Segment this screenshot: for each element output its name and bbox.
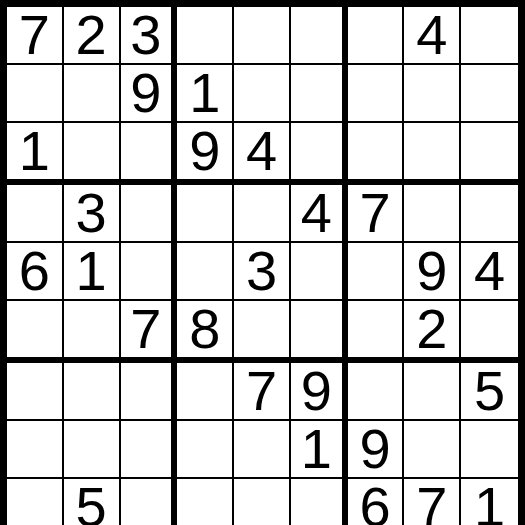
sudoku-cell[interactable] [177,479,234,525]
sudoku-cell[interactable] [7,479,64,525]
sudoku-cell[interactable] [64,301,121,363]
sudoku-cell[interactable]: 8 [177,301,234,363]
sudoku-cell[interactable] [234,421,291,479]
sudoku-cell[interactable]: 3 [234,243,291,301]
sudoku-cell[interactable] [64,65,121,123]
sudoku-cell[interactable] [234,185,291,243]
sudoku-cell[interactable] [461,421,518,479]
sudoku-cell[interactable]: 7 [348,185,405,243]
sudoku-cell[interactable] [291,301,348,363]
sudoku-cell[interactable] [7,65,64,123]
sudoku-cell[interactable]: 4 [291,185,348,243]
sudoku-cell[interactable]: 1 [64,243,121,301]
sudoku-cell[interactable] [404,363,461,421]
sudoku-cell[interactable] [348,65,405,123]
sudoku-cell[interactable]: 9 [177,123,234,185]
sudoku-cell[interactable] [461,123,518,185]
sudoku-cell[interactable]: 9 [121,65,178,123]
sudoku-cell[interactable] [461,7,518,65]
sudoku-cell[interactable] [64,363,121,421]
sudoku-cell[interactable]: 7 [7,7,64,65]
sudoku-cell[interactable] [7,301,64,363]
sudoku-cell[interactable] [404,421,461,479]
sudoku-cell[interactable] [461,65,518,123]
sudoku-cell[interactable] [291,479,348,525]
sudoku-cell[interactable]: 9 [348,421,405,479]
sudoku-cell[interactable]: 6 [7,243,64,301]
sudoku-board: 72349119434761394782795195671 [0,0,525,525]
sudoku-cell[interactable]: 4 [234,123,291,185]
sudoku-cell[interactable]: 7 [234,363,291,421]
sudoku-cell[interactable] [121,479,178,525]
sudoku-cell[interactable] [121,421,178,479]
sudoku-cell[interactable] [121,243,178,301]
sudoku-cell[interactable] [7,421,64,479]
sudoku-cell[interactable] [348,7,405,65]
sudoku-cell[interactable]: 4 [404,7,461,65]
sudoku-cell[interactable]: 6 [348,479,405,525]
sudoku-cell[interactable] [64,421,121,479]
sudoku-cell[interactable] [177,363,234,421]
sudoku-cell[interactable] [348,243,405,301]
sudoku-cell[interactable] [291,7,348,65]
sudoku-cell[interactable] [177,243,234,301]
sudoku-cell[interactable]: 2 [404,301,461,363]
sudoku-cell[interactable] [234,7,291,65]
sudoku-cell[interactable] [461,301,518,363]
sudoku-cell[interactable]: 2 [64,7,121,65]
sudoku-cell[interactable] [7,363,64,421]
sudoku-cell[interactable]: 7 [121,301,178,363]
sudoku-cell[interactable] [404,185,461,243]
sudoku-cell[interactable] [234,301,291,363]
sudoku-cell[interactable] [234,65,291,123]
sudoku-cell[interactable] [234,479,291,525]
sudoku-cell[interactable] [348,363,405,421]
sudoku-cell[interactable] [291,123,348,185]
sudoku-cell[interactable] [404,123,461,185]
sudoku-cell[interactable] [177,7,234,65]
sudoku-cell[interactable]: 7 [404,479,461,525]
sudoku-cell[interactable] [291,243,348,301]
sudoku-cell[interactable]: 3 [121,7,178,65]
sudoku-cell[interactable]: 5 [64,479,121,525]
sudoku-cell[interactable] [404,65,461,123]
sudoku-cell[interactable]: 1 [291,421,348,479]
sudoku-cell[interactable] [121,123,178,185]
sudoku-cell[interactable]: 9 [291,363,348,421]
sudoku-cell[interactable]: 1 [7,123,64,185]
sudoku-cell[interactable]: 9 [404,243,461,301]
sudoku-cell[interactable] [121,363,178,421]
sudoku-cell[interactable]: 5 [461,363,518,421]
sudoku-cell[interactable] [121,185,178,243]
sudoku-cell[interactable] [177,185,234,243]
sudoku-cell[interactable] [348,123,405,185]
sudoku-cell[interactable] [64,123,121,185]
sudoku-cell[interactable] [177,421,234,479]
sudoku-cell[interactable] [348,301,405,363]
sudoku-cell[interactable]: 4 [461,243,518,301]
sudoku-cell[interactable]: 1 [461,479,518,525]
sudoku-cell[interactable]: 1 [177,65,234,123]
sudoku-cell[interactable] [461,185,518,243]
sudoku-cell[interactable] [7,185,64,243]
sudoku-cell[interactable] [291,65,348,123]
sudoku-cell[interactable]: 3 [64,185,121,243]
